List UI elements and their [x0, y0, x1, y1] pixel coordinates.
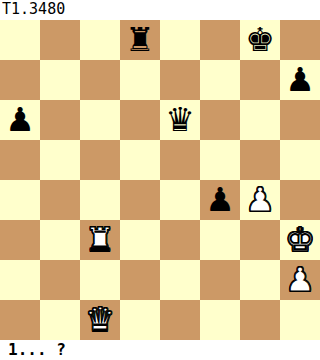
square-g8[interactable]: ♚: [240, 20, 280, 60]
square-g3[interactable]: [240, 220, 280, 260]
square-f5[interactable]: [200, 140, 240, 180]
square-d7[interactable]: [120, 60, 160, 100]
square-a1[interactable]: [0, 300, 40, 340]
square-d8[interactable]: ♜: [120, 20, 160, 60]
square-c2[interactable]: [80, 260, 120, 300]
square-d2[interactable]: [120, 260, 160, 300]
square-e2[interactable]: [160, 260, 200, 300]
tactics-puzzle-screen: T1.3480 ♜♚♟♟♛♟♟♜♚♟♛ 1... ?: [0, 0, 320, 360]
square-b8[interactable]: [40, 20, 80, 60]
square-h2[interactable]: ♟: [280, 260, 320, 300]
square-e5[interactable]: [160, 140, 200, 180]
square-c3[interactable]: ♜: [80, 220, 120, 260]
square-c7[interactable]: [80, 60, 120, 100]
square-a5[interactable]: [0, 140, 40, 180]
black-pawn: ♟: [205, 183, 235, 216]
square-e3[interactable]: [160, 220, 200, 260]
square-b6[interactable]: [40, 100, 80, 140]
square-g4[interactable]: ♟: [240, 180, 280, 220]
square-a7[interactable]: [0, 60, 40, 100]
square-h6[interactable]: [280, 100, 320, 140]
square-e7[interactable]: [160, 60, 200, 100]
square-c5[interactable]: [80, 140, 120, 180]
square-f6[interactable]: [200, 100, 240, 140]
square-h8[interactable]: [280, 20, 320, 60]
black-king: ♚: [245, 23, 275, 56]
square-b7[interactable]: [40, 60, 80, 100]
square-a6[interactable]: ♟: [0, 100, 40, 140]
square-e4[interactable]: [160, 180, 200, 220]
square-a8[interactable]: [0, 20, 40, 60]
square-d3[interactable]: [120, 220, 160, 260]
square-d4[interactable]: [120, 180, 160, 220]
square-a2[interactable]: [0, 260, 40, 300]
white-queen: ♛: [85, 303, 115, 336]
square-c8[interactable]: [80, 20, 120, 60]
square-b5[interactable]: [40, 140, 80, 180]
square-h3[interactable]: ♚: [280, 220, 320, 260]
square-f7[interactable]: [200, 60, 240, 100]
square-h4[interactable]: [280, 180, 320, 220]
square-e1[interactable]: [160, 300, 200, 340]
black-rook: ♜: [125, 23, 155, 56]
square-g7[interactable]: [240, 60, 280, 100]
square-h7[interactable]: ♟: [280, 60, 320, 100]
square-e8[interactable]: [160, 20, 200, 60]
square-g1[interactable]: [240, 300, 280, 340]
square-b3[interactable]: [40, 220, 80, 260]
square-f8[interactable]: [200, 20, 240, 60]
white-king: ♚: [285, 223, 315, 256]
square-c1[interactable]: ♛: [80, 300, 120, 340]
square-d1[interactable]: [120, 300, 160, 340]
square-h1[interactable]: [280, 300, 320, 340]
square-g2[interactable]: [240, 260, 280, 300]
white-pawn: ♟: [285, 263, 315, 296]
square-h5[interactable]: [280, 140, 320, 180]
square-a3[interactable]: [0, 220, 40, 260]
square-g5[interactable]: [240, 140, 280, 180]
black-pawn: ♟: [5, 103, 35, 136]
square-b4[interactable]: [40, 180, 80, 220]
square-f3[interactable]: [200, 220, 240, 260]
move-prompt-label: 1... ?: [0, 340, 320, 360]
square-d5[interactable]: [120, 140, 160, 180]
square-d6[interactable]: [120, 100, 160, 140]
square-f4[interactable]: ♟: [200, 180, 240, 220]
square-c6[interactable]: [80, 100, 120, 140]
puzzle-id-label: T1.3480: [0, 0, 320, 20]
square-f2[interactable]: [200, 260, 240, 300]
black-queen: ♛: [165, 103, 195, 136]
square-b2[interactable]: [40, 260, 80, 300]
square-g6[interactable]: [240, 100, 280, 140]
square-f1[interactable]: [200, 300, 240, 340]
square-c4[interactable]: [80, 180, 120, 220]
white-rook: ♜: [85, 223, 115, 256]
square-b1[interactable]: [40, 300, 80, 340]
square-e6[interactable]: ♛: [160, 100, 200, 140]
black-pawn: ♟: [285, 63, 315, 96]
chess-board: ♜♚♟♟♛♟♟♜♚♟♛: [0, 20, 320, 340]
square-a4[interactable]: [0, 180, 40, 220]
white-pawn: ♟: [245, 183, 275, 216]
